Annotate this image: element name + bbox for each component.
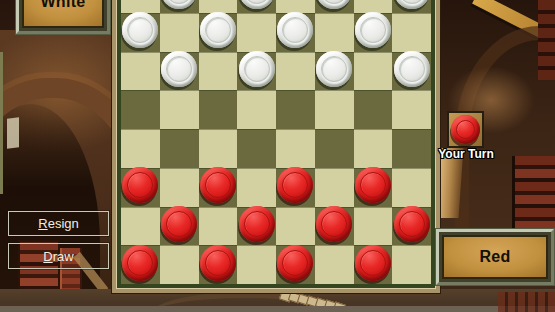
square-r3c0[interactable] [121,90,160,129]
white-checker[interactable] [277,12,313,48]
square-r4c6 [354,129,393,168]
white-checker[interactable] [161,0,197,9]
background-right-bookshelf [512,156,555,228]
square-r4c4 [276,129,315,168]
white-checker[interactable] [200,12,236,48]
square-r0c1[interactable] [160,0,199,13]
square-r7c7 [392,245,431,284]
red-checker[interactable] [200,245,236,281]
square-r1c7 [392,13,431,52]
square-r3c4[interactable] [276,90,315,129]
resign-button[interactable]: Resign [8,211,109,236]
background-left-edge-strip [0,52,3,194]
square-r3c7 [392,90,431,129]
square-r2c2 [199,52,238,91]
square-r5c0[interactable] [121,168,160,207]
square-r5c3 [237,168,276,207]
square-r7c2[interactable] [199,245,238,284]
draw-button-label: raw [53,249,74,264]
internet-checkers-window: White Red Your Turn Resign Draw [0,0,555,312]
square-r3c1 [160,90,199,129]
red-checker[interactable] [161,206,197,242]
square-r0c5[interactable] [315,0,354,13]
red-checker[interactable] [122,245,158,281]
red-checker-icon [451,115,480,144]
square-r1c0[interactable] [121,13,160,52]
square-r3c6[interactable] [354,90,393,129]
square-r1c6[interactable] [354,13,393,52]
square-r4c3[interactable] [237,129,276,168]
square-r6c2 [199,207,238,246]
red-checker[interactable] [122,167,158,203]
draw-button-hotkey: D [43,249,52,264]
square-r7c3 [237,245,276,284]
square-r5c5 [315,168,354,207]
white-checker[interactable] [239,0,275,9]
red-checker[interactable] [239,206,275,242]
resign-button-label: esign [48,216,79,231]
square-r0c0 [121,0,160,13]
red-player-plaque: Red [436,229,554,285]
red-player-label: Red [479,248,510,266]
resign-button-hotkey: R [38,216,47,231]
red-checker[interactable] [316,206,352,242]
white-checker[interactable] [161,51,197,87]
square-r3c3 [237,90,276,129]
square-r1c4[interactable] [276,13,315,52]
white-checker[interactable] [316,51,352,87]
square-r0c7[interactable] [392,0,431,13]
square-r3c2[interactable] [199,90,238,129]
square-r7c6[interactable] [354,245,393,284]
square-r6c4 [276,207,315,246]
white-player-label: White [40,0,85,11]
square-r2c4 [276,52,315,91]
square-r5c4[interactable] [276,168,315,207]
square-r1c3 [237,13,276,52]
square-r1c1 [160,13,199,52]
square-r6c5[interactable] [315,207,354,246]
square-r0c4 [276,0,315,13]
square-r2c3[interactable] [237,52,276,91]
square-r5c7 [392,168,431,207]
square-r2c1[interactable] [160,52,199,91]
square-r2c6 [354,52,393,91]
turn-indicator-text: Your Turn [424,147,508,161]
white-player-plaque: White [16,0,110,34]
red-checker[interactable] [277,167,313,203]
checkers-board [112,0,440,293]
red-checker[interactable] [200,167,236,203]
red-checker[interactable] [394,206,430,242]
square-r2c5[interactable] [315,52,354,91]
square-r5c2[interactable] [199,168,238,207]
square-r7c5 [315,245,354,284]
turn-indicator-tile [447,111,484,148]
background-right-top-bookshelf [538,0,555,80]
white-checker[interactable] [122,12,158,48]
square-r4c2 [199,129,238,168]
red-checker[interactable] [355,245,391,281]
square-r7c4[interactable] [276,245,315,284]
square-r4c0 [121,129,160,168]
square-r7c1 [160,245,199,284]
white-checker[interactable] [316,0,352,9]
white-player-plaque-face: White [22,0,104,28]
red-checker[interactable] [355,167,391,203]
square-r7c0[interactable] [121,245,160,284]
board-grid [121,0,431,284]
square-r4c1[interactable] [160,129,199,168]
background-left-window [7,117,19,149]
white-checker[interactable] [394,51,430,87]
square-r2c0 [121,52,160,91]
white-checker[interactable] [355,12,391,48]
red-checker[interactable] [277,245,313,281]
square-r3c5 [315,90,354,129]
background-right-bottom-bookshelf [498,292,555,312]
draw-button[interactable]: Draw [8,243,109,269]
background-bottom-edge [0,306,555,312]
square-r4c5[interactable] [315,129,354,168]
white-checker[interactable] [394,0,430,9]
square-r5c1 [160,168,199,207]
square-r6c6 [354,207,393,246]
square-r0c6 [354,0,393,13]
square-r5c6[interactable] [354,168,393,207]
red-player-plaque-face: Red [442,235,548,279]
square-r0c3[interactable] [237,0,276,13]
square-r6c3[interactable] [237,207,276,246]
square-r0c2 [199,0,238,13]
square-r1c5 [315,13,354,52]
square-r1c2[interactable] [199,13,238,52]
square-r6c1[interactable] [160,207,199,246]
square-r6c0 [121,207,160,246]
square-r6c7[interactable] [392,207,431,246]
white-checker[interactable] [239,51,275,87]
square-r2c7[interactable] [392,52,431,91]
